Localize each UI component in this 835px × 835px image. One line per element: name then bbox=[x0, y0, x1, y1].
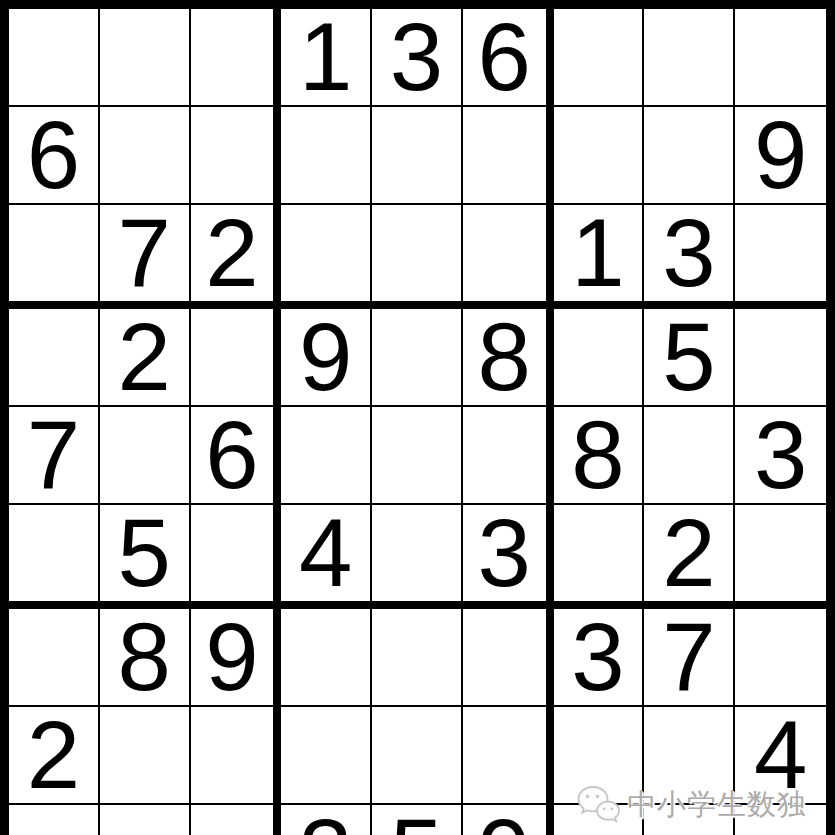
cell-r9c2[interactable] bbox=[100, 805, 191, 835]
cell-r1c6[interactable]: 6 bbox=[463, 9, 554, 107]
cell-r4c6[interactable]: 8 bbox=[463, 309, 554, 407]
cell-r5c1[interactable]: 7 bbox=[9, 407, 100, 505]
cell-r6c5[interactable] bbox=[372, 505, 463, 609]
cell-r6c7[interactable] bbox=[554, 505, 645, 609]
cell-r9c7[interactable] bbox=[554, 805, 645, 835]
cell-r6c8[interactable]: 2 bbox=[644, 505, 735, 609]
cell-r8c3[interactable] bbox=[191, 707, 282, 805]
cell-r5c3[interactable]: 6 bbox=[191, 407, 282, 505]
cell-r6c4[interactable]: 4 bbox=[281, 505, 372, 609]
cell-r8c5[interactable] bbox=[372, 707, 463, 805]
cell-r8c8[interactable] bbox=[644, 707, 735, 805]
cell-r9c9[interactable] bbox=[735, 805, 826, 835]
cell-r8c2[interactable] bbox=[100, 707, 191, 805]
cell-r1c4[interactable]: 1 bbox=[281, 9, 372, 107]
cell-r1c2[interactable] bbox=[100, 9, 191, 107]
cell-r3c8[interactable]: 3 bbox=[644, 205, 735, 309]
cell-r6c6[interactable]: 3 bbox=[463, 505, 554, 609]
cell-r7c4[interactable] bbox=[281, 609, 372, 707]
cell-r4c1[interactable] bbox=[9, 309, 100, 407]
cell-r7c6[interactable] bbox=[463, 609, 554, 707]
cell-r1c1[interactable] bbox=[9, 9, 100, 107]
cell-r2c6[interactable] bbox=[463, 107, 554, 205]
cell-r7c2[interactable]: 8 bbox=[100, 609, 191, 707]
cell-r4c7[interactable] bbox=[554, 309, 645, 407]
cell-r1c8[interactable] bbox=[644, 9, 735, 107]
cell-r2c7[interactable] bbox=[554, 107, 645, 205]
cell-r9c8[interactable] bbox=[644, 805, 735, 835]
sudoku-board: 136697213298576835432893724359 bbox=[0, 0, 835, 835]
cell-r9c4[interactable]: 3 bbox=[281, 805, 372, 835]
sudoku-page: 136697213298576835432893724359 中小学生数独 bbox=[0, 0, 835, 835]
cell-r2c8[interactable] bbox=[644, 107, 735, 205]
cell-r5c6[interactable] bbox=[463, 407, 554, 505]
cell-r7c3[interactable]: 9 bbox=[191, 609, 282, 707]
cell-r4c9[interactable] bbox=[735, 309, 826, 407]
cell-r6c9[interactable] bbox=[735, 505, 826, 609]
cell-r3c6[interactable] bbox=[463, 205, 554, 309]
cell-r2c2[interactable] bbox=[100, 107, 191, 205]
cell-r9c3[interactable] bbox=[191, 805, 282, 835]
cell-r9c5[interactable]: 5 bbox=[372, 805, 463, 835]
cell-r2c4[interactable] bbox=[281, 107, 372, 205]
cell-r4c4[interactable]: 9 bbox=[281, 309, 372, 407]
cell-r5c9[interactable]: 3 bbox=[735, 407, 826, 505]
cell-r3c9[interactable] bbox=[735, 205, 826, 309]
cell-r8c1[interactable]: 2 bbox=[9, 707, 100, 805]
cell-r2c1[interactable]: 6 bbox=[9, 107, 100, 205]
cell-r8c6[interactable] bbox=[463, 707, 554, 805]
cell-r7c5[interactable] bbox=[372, 609, 463, 707]
cell-r3c1[interactable] bbox=[9, 205, 100, 309]
cell-r7c1[interactable] bbox=[9, 609, 100, 707]
cell-r1c9[interactable] bbox=[735, 9, 826, 107]
cell-r1c7[interactable] bbox=[554, 9, 645, 107]
cell-r4c3[interactable] bbox=[191, 309, 282, 407]
cell-r2c9[interactable]: 9 bbox=[735, 107, 826, 205]
cell-r9c6[interactable]: 9 bbox=[463, 805, 554, 835]
cell-r7c8[interactable]: 7 bbox=[644, 609, 735, 707]
cell-r5c8[interactable] bbox=[644, 407, 735, 505]
cell-r9c1[interactable] bbox=[9, 805, 100, 835]
cell-r5c2[interactable] bbox=[100, 407, 191, 505]
cell-r1c3[interactable] bbox=[191, 9, 282, 107]
cell-r8c9[interactable]: 4 bbox=[735, 707, 826, 805]
cell-r3c2[interactable]: 7 bbox=[100, 205, 191, 309]
cell-r5c5[interactable] bbox=[372, 407, 463, 505]
cell-r4c5[interactable] bbox=[372, 309, 463, 407]
cell-r7c9[interactable] bbox=[735, 609, 826, 707]
cell-r3c7[interactable]: 1 bbox=[554, 205, 645, 309]
cell-r4c8[interactable]: 5 bbox=[644, 309, 735, 407]
cell-r8c7[interactable] bbox=[554, 707, 645, 805]
cell-r3c5[interactable] bbox=[372, 205, 463, 309]
cell-r3c3[interactable]: 2 bbox=[191, 205, 282, 309]
cell-r6c1[interactable] bbox=[9, 505, 100, 609]
cell-r5c7[interactable]: 8 bbox=[554, 407, 645, 505]
cell-r5c4[interactable] bbox=[281, 407, 372, 505]
cell-r6c3[interactable] bbox=[191, 505, 282, 609]
cell-r2c3[interactable] bbox=[191, 107, 282, 205]
cell-r4c2[interactable]: 2 bbox=[100, 309, 191, 407]
cell-r3c4[interactable] bbox=[281, 205, 372, 309]
cell-r6c2[interactable]: 5 bbox=[100, 505, 191, 609]
cell-r1c5[interactable]: 3 bbox=[372, 9, 463, 107]
cell-r2c5[interactable] bbox=[372, 107, 463, 205]
cell-r8c4[interactable] bbox=[281, 707, 372, 805]
cell-r7c7[interactable]: 3 bbox=[554, 609, 645, 707]
